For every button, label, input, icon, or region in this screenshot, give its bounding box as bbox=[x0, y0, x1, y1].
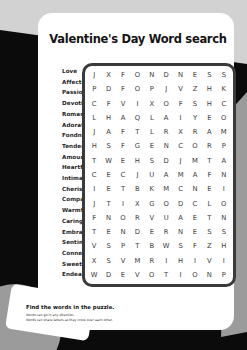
grid-cell: A bbox=[173, 211, 187, 225]
grid-cell: D bbox=[159, 154, 173, 168]
worksheet-page: Valentine's Day Word search LoveAffectio… bbox=[0, 0, 247, 350]
grid-cell: X bbox=[87, 253, 101, 267]
grid-cell: D bbox=[101, 268, 115, 282]
grid-cell: D bbox=[173, 196, 187, 210]
grid-cell: F bbox=[202, 168, 216, 182]
grid-cell: F bbox=[188, 239, 202, 253]
grid-cell: L bbox=[145, 111, 159, 125]
grid-cell: T bbox=[159, 268, 173, 282]
grid-cell: V bbox=[130, 268, 144, 282]
grid-cell: R bbox=[188, 125, 202, 139]
grid-cell: O bbox=[217, 196, 231, 210]
grid-cell: T bbox=[87, 225, 101, 239]
grid-cell: F bbox=[116, 139, 130, 153]
grid-cell: F bbox=[116, 82, 130, 96]
grid-cell: K bbox=[217, 82, 231, 96]
word-search-grid: JXFONDNESSPDFOPJVZHKCFVIXOFSHCLHAQLAIYEO… bbox=[87, 68, 231, 282]
grid-cell: F bbox=[116, 125, 130, 139]
grid-cell: P bbox=[116, 239, 130, 253]
grid-cell: P bbox=[217, 139, 231, 153]
grid-cell: V bbox=[145, 211, 159, 225]
grid-cell: R bbox=[130, 211, 144, 225]
grid-cell: J bbox=[159, 82, 173, 96]
grid-cell: V bbox=[173, 82, 187, 96]
grid-cell: N bbox=[202, 268, 216, 282]
grid-cell: C bbox=[217, 97, 231, 111]
grid-cell: N bbox=[145, 68, 159, 82]
grid-cell: O bbox=[130, 82, 144, 96]
grid-cell: J bbox=[87, 196, 101, 210]
grid-cell: A bbox=[159, 111, 173, 125]
grid-cell: O bbox=[217, 111, 231, 125]
grid-cell: C bbox=[87, 168, 101, 182]
grid-cell: H bbox=[130, 154, 144, 168]
grid-cell: H bbox=[173, 253, 187, 267]
grid-cell: Z bbox=[202, 239, 216, 253]
grid-cell: S bbox=[217, 68, 231, 82]
grid-cell: C bbox=[116, 168, 130, 182]
grid-cell: S bbox=[188, 97, 202, 111]
grid-cell: U bbox=[159, 211, 173, 225]
grid-cell: J bbox=[87, 125, 101, 139]
grid-cell: F bbox=[101, 97, 115, 111]
grid-cell: E bbox=[116, 268, 130, 282]
grid-cell: E bbox=[188, 211, 202, 225]
grid-cell: E bbox=[202, 182, 216, 196]
grid-cell: E bbox=[116, 154, 130, 168]
grid-cell: S bbox=[101, 253, 115, 267]
grid-cell: W bbox=[101, 154, 115, 168]
grid-cell: O bbox=[159, 196, 173, 210]
grid-cell: N bbox=[101, 211, 115, 225]
grid-cell: H bbox=[101, 111, 115, 125]
grid-cell: X bbox=[130, 196, 144, 210]
grid-cell: G bbox=[130, 139, 144, 153]
grid-cell: E bbox=[188, 225, 202, 239]
grid-cell: P bbox=[217, 268, 231, 282]
grid-cell: F bbox=[173, 97, 187, 111]
grid-cell: I bbox=[87, 182, 101, 196]
grid-cell: I bbox=[188, 253, 202, 267]
grid-cell: I bbox=[217, 253, 231, 267]
word-search-grid-frame: JXFONDNESSPDFOPJVZHKCFVIXOFSHCLHAQLAIYEO… bbox=[82, 63, 236, 287]
grid-cell: D bbox=[101, 82, 115, 96]
grid-cell: U bbox=[145, 168, 159, 182]
grid-cell: T bbox=[202, 154, 216, 168]
grid-cell: N bbox=[173, 225, 187, 239]
grid-cell: T bbox=[202, 211, 216, 225]
grid-cell: S bbox=[202, 225, 216, 239]
grid-cell: L bbox=[87, 111, 101, 125]
grid-cell: R bbox=[159, 125, 173, 139]
grid-cell: N bbox=[159, 139, 173, 153]
grid-cell: E bbox=[101, 168, 115, 182]
grid-cell: A bbox=[188, 168, 202, 182]
grid-cell: C bbox=[188, 196, 202, 210]
grid-cell: O bbox=[188, 268, 202, 282]
grid-cell: V bbox=[116, 253, 130, 267]
grid-cell: I bbox=[173, 268, 187, 282]
grid-cell: S bbox=[173, 239, 187, 253]
grid-cell: B bbox=[130, 182, 144, 196]
grid-cell: X bbox=[145, 97, 159, 111]
grid-cell: C bbox=[87, 97, 101, 111]
page-title: Valentine's Day Word search bbox=[38, 32, 238, 46]
grid-cell: M bbox=[159, 182, 173, 196]
grid-cell: B bbox=[145, 239, 159, 253]
grid-cell: M bbox=[217, 125, 231, 139]
grid-cell: N bbox=[188, 182, 202, 196]
grid-cell: W bbox=[87, 268, 101, 282]
grid-cell: A bbox=[159, 168, 173, 182]
instructions-line-2: Words can share letters as they cross ov… bbox=[26, 318, 114, 323]
grid-cell: G bbox=[145, 196, 159, 210]
grid-cell: Z bbox=[188, 82, 202, 96]
grid-cell: I bbox=[217, 182, 231, 196]
grid-cell: A bbox=[217, 154, 231, 168]
grid-cell: P bbox=[145, 82, 159, 96]
grid-cell: M bbox=[188, 154, 202, 168]
grid-cell: H bbox=[87, 139, 101, 153]
grid-cell: I bbox=[173, 111, 187, 125]
grid-cell: L bbox=[145, 125, 159, 139]
grid-cell: E bbox=[101, 182, 115, 196]
grid-cell: T bbox=[116, 182, 130, 196]
grid-cell: J bbox=[173, 154, 187, 168]
grid-cell: V bbox=[87, 239, 101, 253]
grid-cell: D bbox=[130, 225, 144, 239]
grid-cell: A bbox=[101, 125, 115, 139]
grid-cell: T bbox=[130, 239, 144, 253]
grid-cell: D bbox=[159, 68, 173, 82]
grid-cell: P bbox=[87, 82, 101, 96]
grid-cell: K bbox=[145, 182, 159, 196]
grid-cell: Y bbox=[188, 111, 202, 125]
grid-cell: J bbox=[130, 168, 144, 182]
grid-cell: W bbox=[159, 239, 173, 253]
grid-cell: O bbox=[159, 97, 173, 111]
grid-cell: S bbox=[101, 139, 115, 153]
grid-cell: E bbox=[188, 68, 202, 82]
grid-cell: C bbox=[173, 182, 187, 196]
grid-cell: E bbox=[202, 111, 216, 125]
grid-cell: A bbox=[116, 111, 130, 125]
grid-cell: I bbox=[116, 196, 130, 210]
grid-cell: C bbox=[173, 139, 187, 153]
grid-cell: V bbox=[116, 97, 130, 111]
grid-cell: H bbox=[202, 82, 216, 96]
grid-cell: F bbox=[87, 211, 101, 225]
grid-cell: R bbox=[159, 225, 173, 239]
grid-cell: A bbox=[202, 125, 216, 139]
grid-cell: E bbox=[145, 225, 159, 239]
grid-cell: N bbox=[173, 68, 187, 82]
grid-cell: H bbox=[202, 97, 216, 111]
grid-cell: M bbox=[173, 168, 187, 182]
grid-cell: M bbox=[130, 253, 144, 267]
grid-cell: N bbox=[217, 168, 231, 182]
grid-cell: S bbox=[101, 239, 115, 253]
grid-cell: X bbox=[173, 125, 187, 139]
grid-cell: R bbox=[145, 253, 159, 267]
grid-cell: J bbox=[87, 68, 101, 82]
grid-cell: N bbox=[217, 211, 231, 225]
instructions-block: Find the words in the puzzle. Words can … bbox=[26, 304, 114, 323]
grid-cell: Q bbox=[130, 111, 144, 125]
grid-cell: T bbox=[101, 196, 115, 210]
grid-cell: F bbox=[116, 68, 130, 82]
grid-cell: X bbox=[101, 68, 115, 82]
grid-cell: S bbox=[145, 154, 159, 168]
grid-cell: N bbox=[116, 225, 130, 239]
grid-cell: S bbox=[202, 68, 216, 82]
grid-cell: O bbox=[116, 211, 130, 225]
grid-cell: T bbox=[130, 125, 144, 139]
grid-cell: H bbox=[217, 239, 231, 253]
grid-cell: R bbox=[202, 139, 216, 153]
grid-cell: O bbox=[145, 268, 159, 282]
grid-cell: E bbox=[101, 225, 115, 239]
grid-cell: V bbox=[202, 253, 216, 267]
instructions-heading: Find the words in the puzzle. bbox=[26, 304, 114, 310]
grid-cell: L bbox=[202, 196, 216, 210]
grid-cell: O bbox=[130, 68, 144, 82]
grid-cell: I bbox=[130, 97, 144, 111]
grid-cell: I bbox=[159, 253, 173, 267]
grid-cell: T bbox=[87, 154, 101, 168]
grid-cell: E bbox=[145, 139, 159, 153]
grid-cell: S bbox=[217, 225, 231, 239]
grid-cell: O bbox=[188, 139, 202, 153]
